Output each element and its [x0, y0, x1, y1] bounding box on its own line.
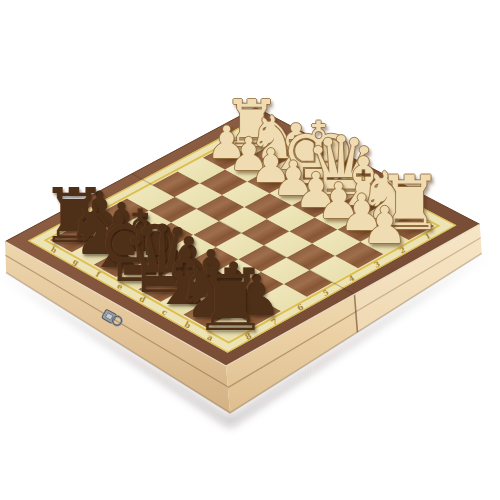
board-top	[5, 108, 480, 366]
folding-chess-board-box: abcdefgh87654321	[0, 0, 500, 500]
chess-set-product-photo: abcdefgh87654321 ♜♞♟♝♟♚♟♛♟♝♟♞♟♟♜♟♟♜♟♟♞♟♝…	[0, 0, 500, 500]
